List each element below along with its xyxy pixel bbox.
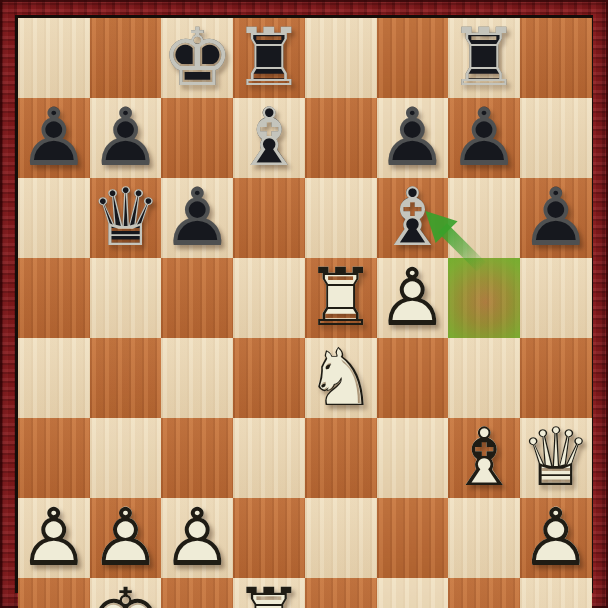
white-pawn-outline-glyph: ♙ [18, 498, 90, 578]
board-frame: ♚♔♜♖♜♖♟♙♟♙♝♗♟♙♟♙♛♕♟♙♝♗♟♙♜♖♟♙♞♘♝♗♛♕♟♙♟♙♟♙… [0, 0, 608, 608]
square-b1[interactable]: ♚♔ [90, 578, 162, 608]
square-f3[interactable] [377, 418, 449, 498]
white-rook-outline-glyph: ♖ [233, 578, 305, 608]
square-a4[interactable] [18, 338, 90, 418]
piece-white-knight[interactable]: ♞♘ [305, 338, 377, 418]
white-knight-outline-glyph: ♘ [305, 338, 377, 418]
square-g5[interactable] [448, 258, 520, 338]
piece-black-pawn[interactable]: ♟♙ [18, 98, 90, 178]
piece-white-rook[interactable]: ♜♖ [305, 258, 377, 338]
square-b4[interactable] [90, 338, 162, 418]
black-queen-outline-glyph: ♕ [90, 178, 162, 258]
square-b2[interactable]: ♟♙ [90, 498, 162, 578]
square-e7[interactable] [305, 98, 377, 178]
piece-black-bishop[interactable]: ♝♗ [377, 178, 449, 258]
square-c7[interactable] [161, 98, 233, 178]
square-e4[interactable]: ♞♘ [305, 338, 377, 418]
square-e8[interactable] [305, 18, 377, 98]
square-f5[interactable]: ♟♙ [377, 258, 449, 338]
square-b8[interactable] [90, 18, 162, 98]
white-pawn-outline-glyph: ♙ [377, 258, 449, 338]
square-g4[interactable] [448, 338, 520, 418]
square-h4[interactable] [520, 338, 592, 418]
white-king-outline-glyph: ♔ [90, 578, 162, 608]
square-e2[interactable] [305, 498, 377, 578]
piece-black-pawn[interactable]: ♟♙ [520, 178, 592, 258]
square-b6[interactable]: ♛♕ [90, 178, 162, 258]
square-a5[interactable] [18, 258, 90, 338]
piece-white-pawn[interactable]: ♟♙ [377, 258, 449, 338]
square-f8[interactable] [377, 18, 449, 98]
piece-white-pawn[interactable]: ♟♙ [520, 498, 592, 578]
square-e5[interactable]: ♜♖ [305, 258, 377, 338]
chess-board: ♚♔♜♖♜♖♟♙♟♙♝♗♟♙♟♙♛♕♟♙♝♗♟♙♜♖♟♙♞♘♝♗♛♕♟♙♟♙♟♙… [18, 18, 590, 590]
square-c2[interactable]: ♟♙ [161, 498, 233, 578]
square-f2[interactable] [377, 498, 449, 578]
black-pawn-outline-glyph: ♙ [161, 178, 233, 258]
black-bishop-outline-glyph: ♗ [377, 178, 449, 258]
white-queen-outline-glyph: ♕ [520, 418, 592, 498]
square-g1[interactable] [448, 578, 520, 608]
black-pawn-outline-glyph: ♙ [18, 98, 90, 178]
square-d5[interactable] [233, 258, 305, 338]
white-pawn-outline-glyph: ♙ [161, 498, 233, 578]
square-e1[interactable] [305, 578, 377, 608]
square-f1[interactable] [377, 578, 449, 608]
square-d6[interactable] [233, 178, 305, 258]
square-h3[interactable]: ♛♕ [520, 418, 592, 498]
square-g6[interactable] [448, 178, 520, 258]
chess-app: ♚♔♜♖♜♖♟♙♟♙♝♗♟♙♟♙♛♕♟♙♝♗♟♙♜♖♟♙♞♘♝♗♛♕♟♙♟♙♟♙… [0, 0, 608, 608]
square-a2[interactable]: ♟♙ [18, 498, 90, 578]
square-d8[interactable]: ♜♖ [233, 18, 305, 98]
black-pawn-outline-glyph: ♙ [377, 98, 449, 178]
piece-black-rook[interactable]: ♜♖ [233, 18, 305, 98]
square-c6[interactable]: ♟♙ [161, 178, 233, 258]
piece-black-rook[interactable]: ♜♖ [448, 18, 520, 98]
board-rim: ♚♔♜♖♜♖♟♙♟♙♝♗♟♙♟♙♛♕♟♙♝♗♟♙♜♖♟♙♞♘♝♗♛♕♟♙♟♙♟♙… [15, 15, 593, 593]
piece-black-bishop[interactable]: ♝♗ [233, 98, 305, 178]
square-d2[interactable] [233, 498, 305, 578]
square-g2[interactable] [448, 498, 520, 578]
square-h5[interactable] [520, 258, 592, 338]
square-d7[interactable]: ♝♗ [233, 98, 305, 178]
square-c3[interactable] [161, 418, 233, 498]
square-d1[interactable]: ♜♖ [233, 578, 305, 608]
piece-black-pawn[interactable]: ♟♙ [448, 98, 520, 178]
square-b3[interactable] [90, 418, 162, 498]
square-b7[interactable]: ♟♙ [90, 98, 162, 178]
square-c5[interactable] [161, 258, 233, 338]
white-pawn-outline-glyph: ♙ [520, 498, 592, 578]
square-a7[interactable]: ♟♙ [18, 98, 90, 178]
square-c8[interactable]: ♚♔ [161, 18, 233, 98]
piece-black-king[interactable]: ♚♔ [161, 18, 233, 98]
piece-black-queen[interactable]: ♛♕ [90, 178, 162, 258]
black-bishop-outline-glyph: ♗ [233, 98, 305, 178]
black-rook-outline-glyph: ♖ [448, 18, 520, 98]
piece-black-pawn[interactable]: ♟♙ [161, 178, 233, 258]
square-d3[interactable] [233, 418, 305, 498]
square-b5[interactable] [90, 258, 162, 338]
square-g7[interactable]: ♟♙ [448, 98, 520, 178]
black-pawn-outline-glyph: ♙ [520, 178, 592, 258]
square-e3[interactable] [305, 418, 377, 498]
square-a8[interactable] [18, 18, 90, 98]
square-h2[interactable]: ♟♙ [520, 498, 592, 578]
white-bishop-outline-glyph: ♗ [448, 418, 520, 498]
square-h7[interactable] [520, 98, 592, 178]
black-pawn-outline-glyph: ♙ [90, 98, 162, 178]
piece-white-pawn[interactable]: ♟♙ [161, 498, 233, 578]
square-h8[interactable] [520, 18, 592, 98]
black-rook-outline-glyph: ♖ [233, 18, 305, 98]
square-d4[interactable] [233, 338, 305, 418]
piece-black-pawn[interactable]: ♟♙ [377, 98, 449, 178]
square-g8[interactable]: ♜♖ [448, 18, 520, 98]
square-f4[interactable] [377, 338, 449, 418]
piece-white-pawn[interactable]: ♟♙ [18, 498, 90, 578]
white-rook-outline-glyph: ♖ [305, 258, 377, 338]
square-f7[interactable]: ♟♙ [377, 98, 449, 178]
piece-white-pawn[interactable]: ♟♙ [90, 498, 162, 578]
piece-white-bishop[interactable]: ♝♗ [448, 418, 520, 498]
piece-white-queen[interactable]: ♛♕ [520, 418, 592, 498]
square-a3[interactable] [18, 418, 90, 498]
square-e6[interactable] [305, 178, 377, 258]
piece-black-pawn[interactable]: ♟♙ [90, 98, 162, 178]
piece-white-king[interactable]: ♚♔ [90, 578, 162, 608]
move-highlight-g5 [448, 258, 520, 338]
square-c4[interactable] [161, 338, 233, 418]
square-h6[interactable]: ♟♙ [520, 178, 592, 258]
black-king-outline-glyph: ♔ [161, 18, 233, 98]
square-g3[interactable]: ♝♗ [448, 418, 520, 498]
square-a6[interactable] [18, 178, 90, 258]
square-f6[interactable]: ♝♗ [377, 178, 449, 258]
white-pawn-outline-glyph: ♙ [90, 498, 162, 578]
piece-white-rook[interactable]: ♜♖ [233, 578, 305, 608]
black-pawn-outline-glyph: ♙ [448, 98, 520, 178]
